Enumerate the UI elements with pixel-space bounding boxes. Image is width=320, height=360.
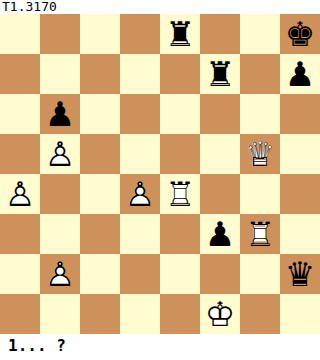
square-d8[interactable] <box>120 14 160 54</box>
black-pawn[interactable]: ♟ <box>40 94 80 134</box>
black-queen-glyph: ♛ <box>280 254 320 294</box>
white-rook-glyph: ♖ <box>160 174 200 214</box>
black-rook[interactable]: ♜ <box>200 54 240 94</box>
square-d3[interactable] <box>120 214 160 254</box>
white-king-glyph: ♔ <box>200 294 240 334</box>
white-pawn-glyph: ♙ <box>120 174 160 214</box>
square-d6[interactable] <box>120 94 160 134</box>
square-e3[interactable] <box>160 214 200 254</box>
white-rook[interactable]: ♜♖ <box>240 214 280 254</box>
square-f4[interactable] <box>200 174 240 214</box>
white-queen[interactable]: ♛♕ <box>240 134 280 174</box>
square-f6[interactable] <box>200 94 240 134</box>
square-f5[interactable] <box>200 134 240 174</box>
square-c5[interactable] <box>80 134 120 174</box>
square-f2[interactable] <box>200 254 240 294</box>
puzzle-id: T1.3170 <box>0 0 320 14</box>
square-c2[interactable] <box>80 254 120 294</box>
square-g6[interactable] <box>240 94 280 134</box>
square-a2[interactable] <box>0 254 40 294</box>
square-g5[interactable]: ♛♕ <box>240 134 280 174</box>
square-f7[interactable]: ♜ <box>200 54 240 94</box>
black-rook[interactable]: ♜ <box>160 14 200 54</box>
square-h7[interactable]: ♟ <box>280 54 320 94</box>
white-rook[interactable]: ♜♖ <box>160 174 200 214</box>
white-rook-glyph: ♖ <box>240 214 280 254</box>
white-pawn[interactable]: ♟♙ <box>0 174 40 214</box>
square-e5[interactable] <box>160 134 200 174</box>
square-e7[interactable] <box>160 54 200 94</box>
square-e8[interactable]: ♜ <box>160 14 200 54</box>
square-d7[interactable] <box>120 54 160 94</box>
square-b2[interactable]: ♟♙ <box>40 254 80 294</box>
white-pawn[interactable]: ♟♙ <box>40 254 80 294</box>
square-h8[interactable]: ♚ <box>280 14 320 54</box>
square-f3[interactable]: ♟ <box>200 214 240 254</box>
square-a8[interactable] <box>0 14 40 54</box>
square-b1[interactable] <box>40 294 80 334</box>
square-a5[interactable] <box>0 134 40 174</box>
black-pawn[interactable]: ♟ <box>280 54 320 94</box>
square-d4[interactable]: ♟♙ <box>120 174 160 214</box>
black-rook-glyph: ♜ <box>160 14 200 54</box>
square-a4[interactable]: ♟♙ <box>0 174 40 214</box>
square-e6[interactable] <box>160 94 200 134</box>
square-g7[interactable] <box>240 54 280 94</box>
square-h4[interactable] <box>280 174 320 214</box>
chess-board: ♜♚♜♟♟♟♙♛♕♟♙♟♙♜♖♟♜♖♟♙♛♚♔ <box>0 14 320 334</box>
square-b5[interactable]: ♟♙ <box>40 134 80 174</box>
square-b3[interactable] <box>40 214 80 254</box>
black-pawn-glyph: ♟ <box>280 54 320 94</box>
square-c4[interactable] <box>80 174 120 214</box>
white-pawn[interactable]: ♟♙ <box>120 174 160 214</box>
square-e2[interactable] <box>160 254 200 294</box>
white-king[interactable]: ♚♔ <box>200 294 240 334</box>
square-g1[interactable] <box>240 294 280 334</box>
white-pawn[interactable]: ♟♙ <box>40 134 80 174</box>
square-h3[interactable] <box>280 214 320 254</box>
square-c1[interactable] <box>80 294 120 334</box>
black-pawn-glyph: ♟ <box>200 214 240 254</box>
square-g2[interactable] <box>240 254 280 294</box>
square-h6[interactable] <box>280 94 320 134</box>
square-f1[interactable]: ♚♔ <box>200 294 240 334</box>
square-d5[interactable] <box>120 134 160 174</box>
move-prompt: 1... ? <box>0 334 320 360</box>
square-c3[interactable] <box>80 214 120 254</box>
black-king[interactable]: ♚ <box>280 14 320 54</box>
square-h1[interactable] <box>280 294 320 334</box>
square-c8[interactable] <box>80 14 120 54</box>
black-rook-glyph: ♜ <box>200 54 240 94</box>
square-g4[interactable] <box>240 174 280 214</box>
black-queen[interactable]: ♛ <box>280 254 320 294</box>
black-pawn-glyph: ♟ <box>40 94 80 134</box>
square-b8[interactable] <box>40 14 80 54</box>
white-pawn-glyph: ♙ <box>40 134 80 174</box>
square-b6[interactable]: ♟ <box>40 94 80 134</box>
white-pawn-glyph: ♙ <box>40 254 80 294</box>
square-e4[interactable]: ♜♖ <box>160 174 200 214</box>
square-g3[interactable]: ♜♖ <box>240 214 280 254</box>
black-pawn[interactable]: ♟ <box>200 214 240 254</box>
black-king-glyph: ♚ <box>280 14 320 54</box>
square-b7[interactable] <box>40 54 80 94</box>
square-a3[interactable] <box>0 214 40 254</box>
square-c6[interactable] <box>80 94 120 134</box>
square-f8[interactable] <box>200 14 240 54</box>
square-a7[interactable] <box>0 54 40 94</box>
square-e1[interactable] <box>160 294 200 334</box>
square-g8[interactable] <box>240 14 280 54</box>
square-b4[interactable] <box>40 174 80 214</box>
square-h5[interactable] <box>280 134 320 174</box>
square-d1[interactable] <box>120 294 160 334</box>
white-queen-glyph: ♕ <box>240 134 280 174</box>
square-a6[interactable] <box>0 94 40 134</box>
square-d2[interactable] <box>120 254 160 294</box>
square-h2[interactable]: ♛ <box>280 254 320 294</box>
white-pawn-glyph: ♙ <box>0 174 40 214</box>
square-a1[interactable] <box>0 294 40 334</box>
square-c7[interactable] <box>80 54 120 94</box>
